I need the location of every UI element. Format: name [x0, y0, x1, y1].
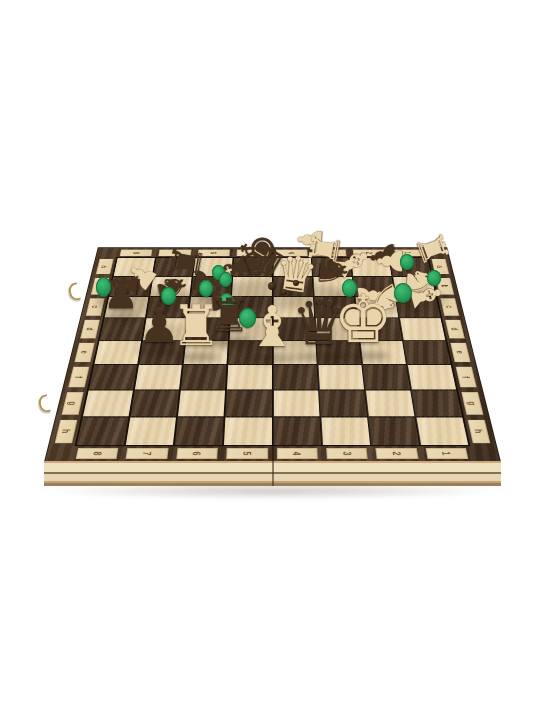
- rank-label-near: 2: [376, 448, 418, 459]
- board-square: [273, 417, 320, 445]
- board-square: [224, 417, 271, 445]
- board-square: [100, 318, 145, 340]
- board-square: [114, 258, 155, 276]
- board-square: [317, 341, 361, 364]
- board-square: [143, 318, 187, 340]
- rank-label-far: 5: [237, 250, 269, 257]
- board-square: [314, 297, 356, 317]
- file-label-right: a: [431, 259, 449, 275]
- board-square: [147, 297, 190, 317]
- rank-label-near: 5: [226, 448, 267, 459]
- rank-label-far: 2: [353, 250, 386, 257]
- rank-label-near: 4: [276, 448, 317, 459]
- file-label-right: e: [450, 342, 470, 362]
- board-square: [273, 390, 319, 416]
- file-label-left: d: [80, 320, 100, 339]
- rank-label-far: 7: [159, 250, 192, 257]
- board-square: [273, 277, 312, 296]
- board-square: [320, 390, 367, 416]
- file-label-left: c: [86, 298, 105, 316]
- side-fold-seam: [272, 461, 274, 486]
- board-square: [363, 365, 410, 389]
- board-square: [355, 297, 398, 317]
- board-square: [89, 365, 137, 389]
- board-square: [175, 417, 224, 445]
- file-label-left: f: [68, 367, 89, 388]
- file-label-right: g: [461, 392, 483, 414]
- board-square: [273, 258, 311, 276]
- board-square: [191, 277, 231, 296]
- board-square: [232, 277, 271, 296]
- board-fold-seam: [272, 248, 274, 462]
- rank-label-near: 8: [76, 448, 119, 459]
- board-square: [77, 417, 129, 445]
- file-label-right: h: [467, 420, 490, 444]
- clasp-hook-icon: [67, 282, 81, 302]
- board-square: [312, 258, 351, 276]
- board-square: [313, 277, 353, 296]
- board-square: [318, 365, 364, 389]
- rank-label-near: 6: [176, 448, 218, 459]
- board-square: [358, 318, 402, 340]
- board-square: [83, 390, 133, 416]
- file-label-right: b: [436, 278, 454, 295]
- board-square: [193, 258, 232, 276]
- board-square: [273, 318, 315, 340]
- board-square: [412, 390, 462, 416]
- board-square: [226, 390, 272, 416]
- file-label-right: c: [440, 298, 459, 316]
- board-square: [366, 390, 415, 416]
- board-square: [109, 277, 152, 296]
- file-label-left: h: [55, 420, 78, 444]
- rank-label-near: 1: [425, 448, 468, 459]
- board-square: [126, 417, 176, 445]
- board-square: [273, 341, 316, 364]
- board-square: [360, 341, 405, 364]
- file-label-left: b: [91, 278, 109, 295]
- board-square: [400, 318, 445, 340]
- rank-label-far: 1: [391, 250, 424, 257]
- clasp-hook-icon: [37, 394, 51, 414]
- board-square: [229, 341, 272, 364]
- board-square: [353, 277, 395, 296]
- board-square: [233, 258, 271, 276]
- board-square: [231, 297, 272, 317]
- board-square: [321, 417, 370, 445]
- rank-label-far: 4: [276, 250, 308, 257]
- board-square: [273, 297, 314, 317]
- rank-label-far: 3: [314, 250, 346, 257]
- board-side-panel: [44, 461, 501, 486]
- rank-label-near: 3: [326, 448, 368, 459]
- chess-board: 8877665544332211aabbccddeeffgghh: [45, 248, 500, 462]
- product-photo-scene: 8877665544332211aabbccddeeffgghh ♟♜♜♟♚♟♜…: [0, 0, 540, 720]
- board-square: [390, 258, 431, 276]
- board-square: [187, 318, 230, 340]
- board-square: [131, 390, 180, 416]
- board-square: [273, 365, 317, 389]
- board-square: [94, 341, 141, 364]
- rank-label-far: 6: [198, 250, 230, 257]
- rank-label-far: 8: [120, 250, 153, 257]
- board-square: [393, 277, 436, 296]
- board-square: [316, 318, 359, 340]
- board-square: [150, 277, 192, 296]
- rank-label-near: 7: [126, 448, 168, 459]
- board-square: [397, 297, 441, 317]
- board-square: [369, 417, 419, 445]
- file-label-left: g: [62, 392, 84, 414]
- file-label-right: d: [445, 320, 465, 339]
- board-square: [178, 390, 225, 416]
- board-square: [135, 365, 182, 389]
- board-square: [105, 297, 149, 317]
- board-square: [408, 365, 456, 389]
- file-label-left: a: [96, 259, 114, 275]
- board-square: [404, 341, 451, 364]
- file-label-right: f: [456, 367, 477, 388]
- board-square: [181, 365, 227, 389]
- board-square: [189, 297, 231, 317]
- board-square: [416, 417, 468, 445]
- board-square: [227, 365, 271, 389]
- board-square: [351, 258, 391, 276]
- board-square: [184, 341, 228, 364]
- file-label-left: e: [74, 342, 94, 362]
- board-square: [230, 318, 272, 340]
- board-square: [139, 341, 184, 364]
- board-square: [154, 258, 194, 276]
